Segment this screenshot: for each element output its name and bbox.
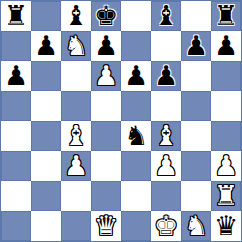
square-f8[interactable]: ♝: [151, 1, 181, 31]
square-g2[interactable]: [181, 181, 211, 211]
square-h8[interactable]: ♜: [211, 1, 241, 31]
square-a2[interactable]: [1, 181, 31, 211]
square-d6[interactable]: ♟: [91, 61, 121, 91]
square-a1[interactable]: [1, 211, 31, 241]
square-h1[interactable]: ♛: [211, 211, 241, 241]
white-pawn[interactable]: ♟: [154, 152, 178, 179]
black-pawn[interactable]: ♟: [154, 62, 178, 89]
square-a8[interactable]: ♜: [1, 1, 31, 31]
square-d3[interactable]: [91, 151, 121, 181]
square-b1[interactable]: [31, 211, 61, 241]
square-d8[interactable]: ♚: [91, 1, 121, 31]
square-f7[interactable]: [151, 31, 181, 61]
square-g3[interactable]: [181, 151, 211, 181]
square-g6[interactable]: [181, 61, 211, 91]
black-king[interactable]: ♚: [94, 2, 118, 29]
square-b8[interactable]: [31, 1, 61, 31]
square-b6[interactable]: [31, 61, 61, 91]
square-h4[interactable]: [211, 121, 241, 151]
white-queen[interactable]: ♛: [94, 212, 118, 239]
square-c5[interactable]: [61, 91, 91, 121]
square-g5[interactable]: [181, 91, 211, 121]
black-pawn[interactable]: ♟: [214, 32, 238, 59]
square-c3[interactable]: ♟: [61, 151, 91, 181]
square-b3[interactable]: [31, 151, 61, 181]
square-g8[interactable]: [181, 1, 211, 31]
black-pawn[interactable]: ♟: [34, 32, 58, 59]
square-f5[interactable]: [151, 91, 181, 121]
white-bishop[interactable]: ♝: [154, 122, 178, 149]
white-pawn[interactable]: ♟: [64, 152, 88, 179]
square-f2[interactable]: [151, 181, 181, 211]
white-knight[interactable]: ♞: [64, 32, 88, 59]
square-e2[interactable]: [121, 181, 151, 211]
square-f4[interactable]: ♝: [151, 121, 181, 151]
square-b2[interactable]: [31, 181, 61, 211]
black-rook[interactable]: ♜: [214, 2, 238, 29]
square-c2[interactable]: [61, 181, 91, 211]
square-d4[interactable]: [91, 121, 121, 151]
square-f6[interactable]: ♟: [151, 61, 181, 91]
white-pawn[interactable]: ♟: [214, 152, 238, 179]
square-g7[interactable]: ♟: [181, 31, 211, 61]
square-f1[interactable]: ♚: [151, 211, 181, 241]
square-h6[interactable]: [211, 61, 241, 91]
square-a7[interactable]: [1, 31, 31, 61]
square-c8[interactable]: ♝: [61, 1, 91, 31]
black-bishop[interactable]: ♝: [154, 2, 178, 29]
square-a6[interactable]: ♟: [1, 61, 31, 91]
square-b7[interactable]: ♟: [31, 31, 61, 61]
black-bishop[interactable]: ♝: [64, 2, 88, 29]
black-rook[interactable]: ♜: [4, 2, 28, 29]
square-h5[interactable]: [211, 91, 241, 121]
white-king[interactable]: ♚: [154, 212, 178, 239]
white-bishop[interactable]: ♝: [64, 122, 88, 149]
square-e4[interactable]: ♞: [121, 121, 151, 151]
square-h7[interactable]: ♟: [211, 31, 241, 61]
square-d2[interactable]: [91, 181, 121, 211]
square-g1[interactable]: ♞: [181, 211, 211, 241]
white-rook[interactable]: ♜: [214, 182, 238, 209]
square-d7[interactable]: ♟: [91, 31, 121, 61]
square-e5[interactable]: [121, 91, 151, 121]
square-e1[interactable]: [121, 211, 151, 241]
square-h3[interactable]: ♟: [211, 151, 241, 181]
square-e7[interactable]: [121, 31, 151, 61]
square-c7[interactable]: ♞: [61, 31, 91, 61]
square-e8[interactable]: [121, 1, 151, 31]
square-d1[interactable]: ♛: [91, 211, 121, 241]
square-f3[interactable]: ♟: [151, 151, 181, 181]
square-c4[interactable]: ♝: [61, 121, 91, 151]
black-pawn[interactable]: ♟: [94, 32, 118, 59]
square-h2[interactable]: ♜: [211, 181, 241, 211]
square-b5[interactable]: [31, 91, 61, 121]
square-b4[interactable]: [31, 121, 61, 151]
black-pawn[interactable]: ♟: [124, 62, 148, 89]
square-a3[interactable]: [1, 151, 31, 181]
square-a5[interactable]: [1, 91, 31, 121]
square-e3[interactable]: [121, 151, 151, 181]
black-knight[interactable]: ♞: [124, 122, 148, 149]
square-e6[interactable]: ♟: [121, 61, 151, 91]
chess-board[interactable]: ♜♝♚♝♜♟♞♟♟♟♟♟♟♟♝♞♝♟♟♟♜♛♚♞♛: [0, 0, 242, 242]
white-knight[interactable]: ♞: [184, 212, 208, 239]
square-a4[interactable]: [1, 121, 31, 151]
square-c6[interactable]: [61, 61, 91, 91]
white-pawn[interactable]: ♟: [94, 62, 118, 89]
square-c1[interactable]: [61, 211, 91, 241]
black-pawn[interactable]: ♟: [184, 32, 208, 59]
square-g4[interactable]: [181, 121, 211, 151]
black-queen[interactable]: ♛: [214, 212, 238, 239]
square-d5[interactable]: [91, 91, 121, 121]
black-pawn[interactable]: ♟: [4, 62, 28, 89]
